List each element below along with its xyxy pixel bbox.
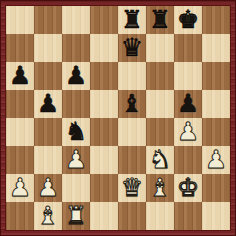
piece-white-pawn[interactable]: ♟ <box>34 174 62 202</box>
square-e4[interactable] <box>118 118 146 146</box>
piece-white-pawn[interactable]: ♟ <box>202 146 230 174</box>
square-a6[interactable]: ♟ <box>6 62 34 90</box>
square-d6[interactable] <box>90 62 118 90</box>
square-h3[interactable]: ♟ <box>202 146 230 174</box>
square-d5[interactable] <box>90 90 118 118</box>
chess-board: ♜♜♚♛♟♟♟♝♟♞♟♟♞♟♟♟♛♝♚♝♜ <box>6 6 230 230</box>
square-f2[interactable]: ♝ <box>146 174 174 202</box>
piece-black-bishop[interactable]: ♝ <box>118 90 146 118</box>
square-g4[interactable]: ♟ <box>174 118 202 146</box>
piece-black-queen[interactable]: ♛ <box>118 34 146 62</box>
square-d2[interactable] <box>90 174 118 202</box>
square-d8[interactable] <box>90 6 118 34</box>
square-f8[interactable]: ♜ <box>146 6 174 34</box>
square-c6[interactable]: ♟ <box>62 62 90 90</box>
square-d7[interactable] <box>90 34 118 62</box>
square-c7[interactable] <box>62 34 90 62</box>
piece-black-rook[interactable]: ♜ <box>118 6 146 34</box>
square-g7[interactable] <box>174 34 202 62</box>
piece-white-rook[interactable]: ♜ <box>62 202 90 230</box>
square-a4[interactable] <box>6 118 34 146</box>
square-f5[interactable] <box>146 90 174 118</box>
square-b5[interactable]: ♟ <box>34 90 62 118</box>
piece-white-pawn[interactable]: ♟ <box>174 118 202 146</box>
square-e3[interactable] <box>118 146 146 174</box>
square-b3[interactable] <box>34 146 62 174</box>
piece-white-knight[interactable]: ♞ <box>146 146 174 174</box>
piece-white-pawn[interactable]: ♟ <box>62 146 90 174</box>
square-b8[interactable] <box>34 6 62 34</box>
piece-white-bishop[interactable]: ♝ <box>34 202 62 230</box>
square-g5[interactable]: ♟ <box>174 90 202 118</box>
square-e7[interactable]: ♛ <box>118 34 146 62</box>
piece-white-pawn[interactable]: ♟ <box>6 174 34 202</box>
piece-white-king[interactable]: ♚ <box>174 174 202 202</box>
piece-black-king[interactable]: ♚ <box>174 6 202 34</box>
square-g3[interactable] <box>174 146 202 174</box>
square-h7[interactable] <box>202 34 230 62</box>
square-e1[interactable] <box>118 202 146 230</box>
square-g2[interactable]: ♚ <box>174 174 202 202</box>
square-g1[interactable] <box>174 202 202 230</box>
piece-black-pawn[interactable]: ♟ <box>34 90 62 118</box>
square-h8[interactable] <box>202 6 230 34</box>
square-d3[interactable] <box>90 146 118 174</box>
square-h5[interactable] <box>202 90 230 118</box>
square-c3[interactable]: ♟ <box>62 146 90 174</box>
square-h4[interactable] <box>202 118 230 146</box>
square-e8[interactable]: ♜ <box>118 6 146 34</box>
square-c4[interactable]: ♞ <box>62 118 90 146</box>
square-a2[interactable]: ♟ <box>6 174 34 202</box>
piece-black-rook[interactable]: ♜ <box>146 6 174 34</box>
square-c8[interactable] <box>62 6 90 34</box>
square-c1[interactable]: ♜ <box>62 202 90 230</box>
square-c5[interactable] <box>62 90 90 118</box>
square-g6[interactable] <box>174 62 202 90</box>
square-f1[interactable] <box>146 202 174 230</box>
square-b7[interactable] <box>34 34 62 62</box>
piece-white-bishop[interactable]: ♝ <box>146 174 174 202</box>
chess-board-frame: ♜♜♚♛♟♟♟♝♟♞♟♟♞♟♟♟♛♝♚♝♜ <box>0 0 236 236</box>
square-e5[interactable]: ♝ <box>118 90 146 118</box>
square-a5[interactable] <box>6 90 34 118</box>
square-a7[interactable] <box>6 34 34 62</box>
piece-white-queen[interactable]: ♛ <box>118 174 146 202</box>
piece-black-pawn[interactable]: ♟ <box>62 62 90 90</box>
square-f6[interactable] <box>146 62 174 90</box>
square-h1[interactable] <box>202 202 230 230</box>
square-c2[interactable] <box>62 174 90 202</box>
square-h6[interactable] <box>202 62 230 90</box>
square-f4[interactable] <box>146 118 174 146</box>
square-b4[interactable] <box>34 118 62 146</box>
square-a3[interactable] <box>6 146 34 174</box>
square-d1[interactable] <box>90 202 118 230</box>
square-d4[interactable] <box>90 118 118 146</box>
piece-black-pawn[interactable]: ♟ <box>6 62 34 90</box>
square-a1[interactable] <box>6 202 34 230</box>
square-b6[interactable] <box>34 62 62 90</box>
square-b1[interactable]: ♝ <box>34 202 62 230</box>
square-h2[interactable] <box>202 174 230 202</box>
square-b2[interactable]: ♟ <box>34 174 62 202</box>
square-f7[interactable] <box>146 34 174 62</box>
piece-black-pawn[interactable]: ♟ <box>174 90 202 118</box>
square-f3[interactable]: ♞ <box>146 146 174 174</box>
square-g8[interactable]: ♚ <box>174 6 202 34</box>
square-e2[interactable]: ♛ <box>118 174 146 202</box>
square-a8[interactable] <box>6 6 34 34</box>
square-e6[interactable] <box>118 62 146 90</box>
piece-black-knight[interactable]: ♞ <box>62 118 90 146</box>
